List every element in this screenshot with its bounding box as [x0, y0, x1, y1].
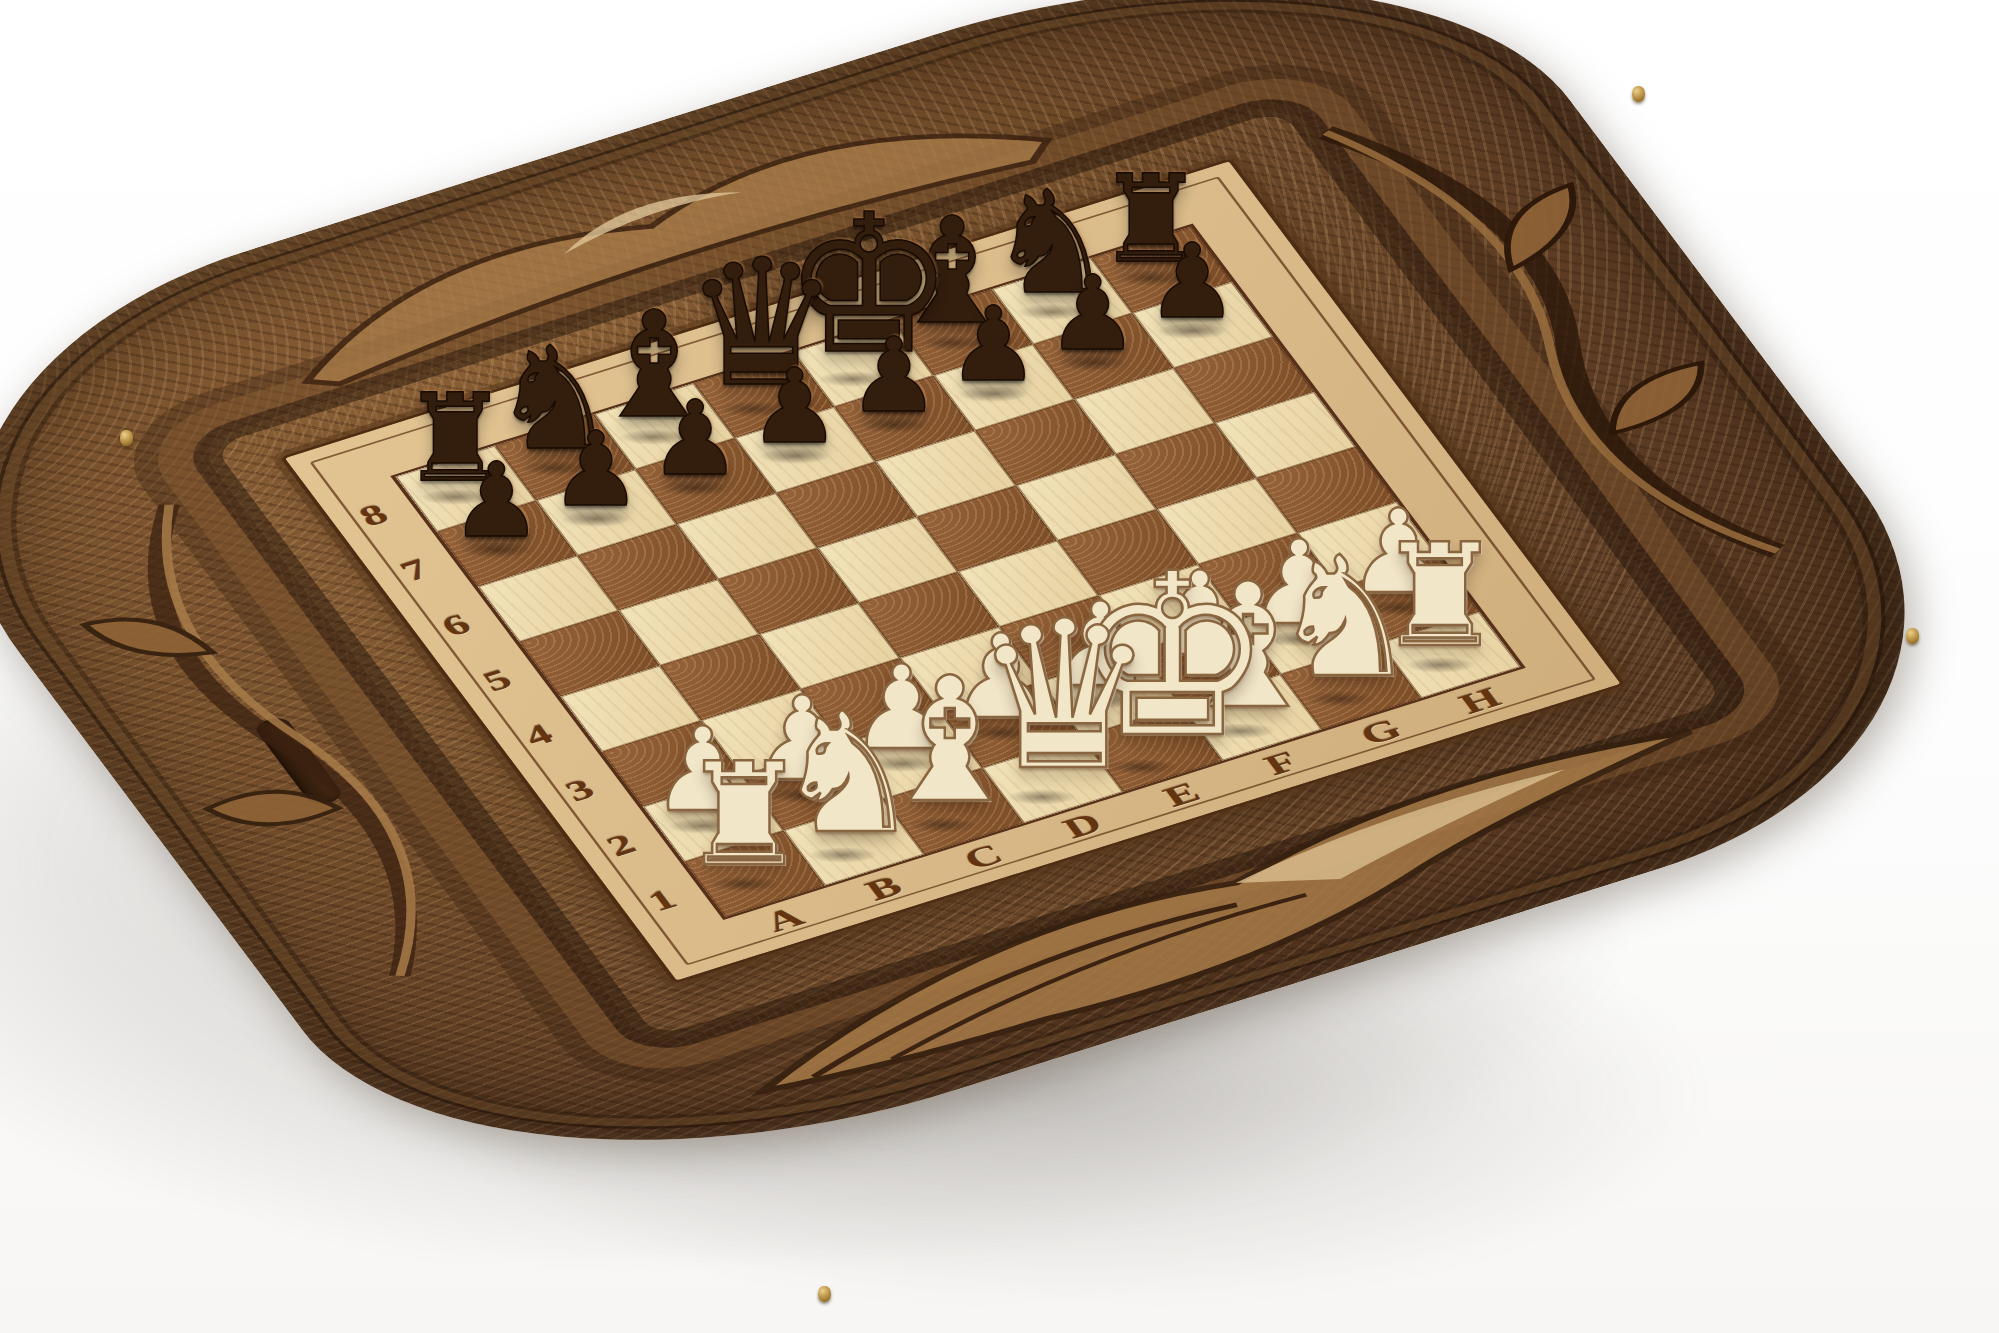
- piece-shadow: [462, 542, 532, 558]
- piece-black-pawn-a7[interactable]: ♟: [427, 449, 567, 552]
- piece-shadow: [1058, 355, 1128, 371]
- pawn-icon: ♟: [427, 449, 567, 552]
- rank-label-6: 6: [417, 601, 494, 648]
- rank-label-3: 3: [541, 766, 618, 813]
- piece-shadow: [709, 876, 779, 892]
- rank-label-4: 4: [500, 711, 577, 758]
- brass-pin: [818, 1286, 831, 1302]
- piece-shadow: [958, 386, 1028, 402]
- rank-label-5: 5: [459, 656, 536, 703]
- brass-pin: [120, 430, 133, 446]
- piece-shadow: [660, 480, 730, 496]
- brass-pin: [1906, 628, 1919, 644]
- brass-pin: [1632, 86, 1645, 102]
- rank-label-7: 7: [376, 546, 453, 593]
- piece-white-rook-a1[interactable]: ♜: [674, 744, 814, 886]
- rank-label-2: 2: [582, 821, 659, 868]
- rook-icon: ♜: [674, 744, 814, 886]
- latch-recess: [252, 715, 346, 808]
- piece-shadow: [561, 511, 631, 527]
- scene: 87654321 ABCDEFGH ♜♞♝♛♚♝♞♜♟♟♟♟♟♟♟♟♟♟♟♟♟♟…: [0, 0, 1999, 1333]
